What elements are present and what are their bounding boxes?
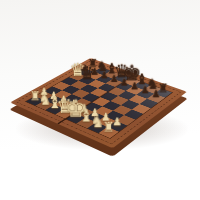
product-photo: ♜♞♝♛♚♝♞♜♟♟♟♟♟♟♟♟♛♛♟♟♟♟♟♟♟♟♜♞♝♛♚♝♞♜: [0, 0, 200, 200]
square: [96, 116, 116, 127]
chess-board: ♜♞♝♛♚♝♞♜♟♟♟♟♟♟♟♟♛♛♟♟♟♟♟♟♟♟♜♞♝♛♚♝♞♜: [10, 58, 187, 148]
square: [121, 100, 140, 110]
scene: ♜♞♝♛♚♝♞♜♟♟♟♟♟♟♟♟♛♛♟♟♟♟♟♟♟♟♜♞♝♛♚♝♞♜: [0, 0, 200, 200]
square: [110, 96, 128, 105]
